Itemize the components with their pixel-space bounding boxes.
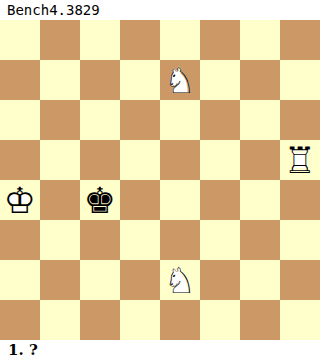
square-b8[interactable] — [40, 20, 80, 60]
square-e2[interactable]: ♞♘ — [160, 260, 200, 300]
square-a5[interactable] — [0, 140, 40, 180]
white-knight-e7[interactable]: ♞♘ — [160, 60, 200, 100]
square-f7[interactable] — [200, 60, 240, 100]
square-a8[interactable] — [0, 20, 40, 60]
window-title: Bench4.3829 — [7, 3, 100, 17]
square-f8[interactable] — [200, 20, 240, 60]
square-g8[interactable] — [240, 20, 280, 60]
square-c1[interactable] — [80, 300, 120, 340]
square-c3[interactable] — [80, 220, 120, 260]
square-d5[interactable] — [120, 140, 160, 180]
square-h5[interactable]: ♜♖ — [280, 140, 320, 180]
square-a4[interactable]: ♚♔ — [0, 180, 40, 220]
square-b4[interactable] — [40, 180, 80, 220]
white-knight-outline: ♘ — [160, 60, 200, 100]
square-c7[interactable] — [80, 60, 120, 100]
square-e5[interactable] — [160, 140, 200, 180]
black-king-glyph: ♚ — [80, 180, 120, 220]
square-f3[interactable] — [200, 220, 240, 260]
square-d3[interactable] — [120, 220, 160, 260]
square-f4[interactable] — [200, 180, 240, 220]
square-f2[interactable] — [200, 260, 240, 300]
statusbar: 1. ? — [0, 340, 320, 360]
square-a2[interactable] — [0, 260, 40, 300]
square-e4[interactable] — [160, 180, 200, 220]
square-d2[interactable] — [120, 260, 160, 300]
chess-board: ♞♘♜♖♚♔♚♞♘ — [0, 20, 320, 340]
move-prompt: 1. ? — [8, 342, 38, 358]
square-g3[interactable] — [240, 220, 280, 260]
black-king-c4[interactable]: ♚ — [80, 180, 120, 220]
white-king-outline: ♔ — [0, 180, 40, 220]
square-b3[interactable] — [40, 220, 80, 260]
square-h7[interactable] — [280, 60, 320, 100]
square-d7[interactable] — [120, 60, 160, 100]
square-a3[interactable] — [0, 220, 40, 260]
square-e8[interactable] — [160, 20, 200, 60]
square-b7[interactable] — [40, 60, 80, 100]
square-e7[interactable]: ♞♘ — [160, 60, 200, 100]
square-c6[interactable] — [80, 100, 120, 140]
square-h3[interactable] — [280, 220, 320, 260]
square-b5[interactable] — [40, 140, 80, 180]
square-h6[interactable] — [280, 100, 320, 140]
white-rook-h5[interactable]: ♜♖ — [280, 140, 320, 180]
square-c5[interactable] — [80, 140, 120, 180]
square-b1[interactable] — [40, 300, 80, 340]
square-c2[interactable] — [80, 260, 120, 300]
square-h4[interactable] — [280, 180, 320, 220]
square-d1[interactable] — [120, 300, 160, 340]
square-b6[interactable] — [40, 100, 80, 140]
square-a1[interactable] — [0, 300, 40, 340]
square-e3[interactable] — [160, 220, 200, 260]
chess-app-window: Bench4.3829 ♞♘♜♖♚♔♚♞♘ 1. ? — [0, 0, 320, 360]
white-knight-outline: ♘ — [160, 260, 200, 300]
square-b2[interactable] — [40, 260, 80, 300]
square-f6[interactable] — [200, 100, 240, 140]
square-d4[interactable] — [120, 180, 160, 220]
square-a6[interactable] — [0, 100, 40, 140]
white-knight-e2[interactable]: ♞♘ — [160, 260, 200, 300]
square-g5[interactable] — [240, 140, 280, 180]
white-rook-outline: ♖ — [280, 140, 320, 180]
square-e6[interactable] — [160, 100, 200, 140]
square-d6[interactable] — [120, 100, 160, 140]
square-h2[interactable] — [280, 260, 320, 300]
square-e1[interactable] — [160, 300, 200, 340]
square-a7[interactable] — [0, 60, 40, 100]
square-g7[interactable] — [240, 60, 280, 100]
square-f5[interactable] — [200, 140, 240, 180]
titlebar: Bench4.3829 — [0, 0, 320, 20]
square-c4[interactable]: ♚ — [80, 180, 120, 220]
square-h1[interactable] — [280, 300, 320, 340]
white-king-a4[interactable]: ♚♔ — [0, 180, 40, 220]
square-h8[interactable] — [280, 20, 320, 60]
square-d8[interactable] — [120, 20, 160, 60]
square-f1[interactable] — [200, 300, 240, 340]
square-g4[interactable] — [240, 180, 280, 220]
square-g1[interactable] — [240, 300, 280, 340]
square-g2[interactable] — [240, 260, 280, 300]
square-g6[interactable] — [240, 100, 280, 140]
square-c8[interactable] — [80, 20, 120, 60]
